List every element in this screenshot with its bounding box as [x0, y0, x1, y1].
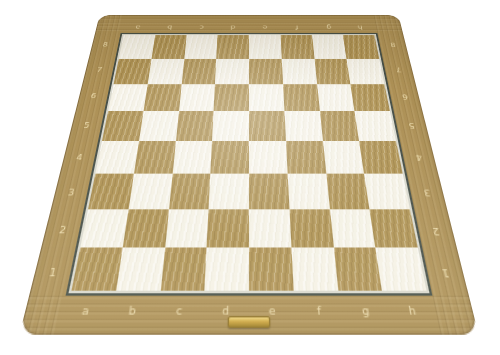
square-e2 — [249, 209, 291, 248]
square-b7 — [147, 59, 183, 84]
file-label-top-a: a — [121, 24, 154, 30]
play-area-grid — [71, 35, 426, 291]
square-e3 — [249, 173, 289, 208]
rank-label-right-8: 8 — [377, 33, 408, 57]
square-d4 — [211, 141, 249, 173]
file-label-bottom-a: a — [61, 304, 110, 317]
brass-plaque — [228, 316, 271, 328]
square-a1 — [71, 248, 122, 291]
square-h7 — [347, 59, 385, 84]
square-g6 — [317, 84, 355, 111]
square-c7 — [181, 59, 216, 84]
square-f8 — [280, 35, 314, 58]
file-label-top-d: d — [217, 24, 249, 30]
square-e6 — [249, 84, 284, 111]
square-c5 — [176, 111, 214, 141]
square-b6 — [143, 84, 181, 111]
square-b2 — [122, 209, 168, 248]
square-g2 — [329, 209, 375, 248]
square-e5 — [249, 111, 286, 141]
file-label-bottom-h: h — [388, 304, 437, 317]
file-label-top-e: e — [249, 24, 281, 30]
square-e4 — [249, 141, 287, 173]
square-c2 — [165, 209, 209, 248]
square-g4 — [323, 141, 365, 173]
square-b3 — [128, 173, 172, 208]
square-b1 — [116, 248, 165, 291]
square-c4 — [172, 141, 212, 173]
square-h3 — [364, 173, 410, 208]
square-a2 — [80, 209, 128, 248]
square-e8 — [249, 35, 282, 58]
square-c1 — [160, 248, 207, 291]
square-f3 — [287, 173, 329, 208]
square-a3 — [88, 173, 134, 208]
file-label-bottom-b: b — [108, 304, 156, 317]
top-file-labels: abcdefgh — [121, 24, 377, 30]
file-label-bottom-g: g — [342, 304, 390, 317]
square-f6 — [283, 84, 320, 111]
file-label-bottom-f: f — [295, 304, 343, 317]
square-b5 — [139, 111, 179, 141]
square-a5 — [102, 111, 143, 141]
square-a8 — [119, 35, 155, 58]
square-h2 — [370, 209, 418, 248]
square-d2 — [207, 209, 249, 248]
file-label-top-f: f — [281, 24, 313, 30]
square-e1 — [249, 248, 293, 291]
square-c8 — [184, 35, 218, 58]
square-c3 — [169, 173, 211, 208]
square-f4 — [286, 141, 326, 173]
square-c6 — [179, 84, 216, 111]
square-d8 — [216, 35, 249, 58]
square-f5 — [284, 111, 322, 141]
square-a4 — [95, 141, 138, 173]
square-g3 — [326, 173, 370, 208]
square-d5 — [212, 111, 249, 141]
square-h4 — [359, 141, 402, 173]
square-g5 — [319, 111, 359, 141]
file-label-top-c: c — [185, 24, 217, 30]
square-d7 — [215, 59, 249, 84]
play-area — [66, 33, 433, 296]
square-a6 — [108, 84, 147, 111]
file-label-bottom-c: c — [155, 304, 203, 317]
file-label-top-g: g — [312, 24, 345, 30]
square-g8 — [312, 35, 347, 58]
file-label-top-b: b — [153, 24, 186, 30]
square-d6 — [214, 84, 249, 111]
square-f2 — [289, 209, 333, 248]
square-h5 — [355, 111, 396, 141]
square-g1 — [333, 248, 382, 291]
square-b4 — [134, 141, 176, 173]
square-g7 — [314, 59, 350, 84]
product-photo: abcdefgh abcdefgh 87654321 87654321 — [0, 0, 500, 355]
square-d3 — [209, 173, 249, 208]
file-label-top-h: h — [344, 24, 377, 30]
square-a7 — [114, 59, 152, 84]
board-frame: abcdefgh abcdefgh 87654321 87654321 — [19, 15, 478, 335]
chessboard: abcdefgh abcdefgh 87654321 87654321 — [19, 15, 478, 335]
square-f1 — [291, 248, 338, 291]
square-e7 — [249, 59, 283, 84]
square-h6 — [351, 84, 390, 111]
rank-label-right-7: 7 — [382, 57, 415, 83]
square-b8 — [151, 35, 186, 58]
square-h8 — [343, 35, 379, 58]
square-h1 — [376, 248, 427, 291]
square-d1 — [205, 248, 249, 291]
square-f7 — [282, 59, 317, 84]
